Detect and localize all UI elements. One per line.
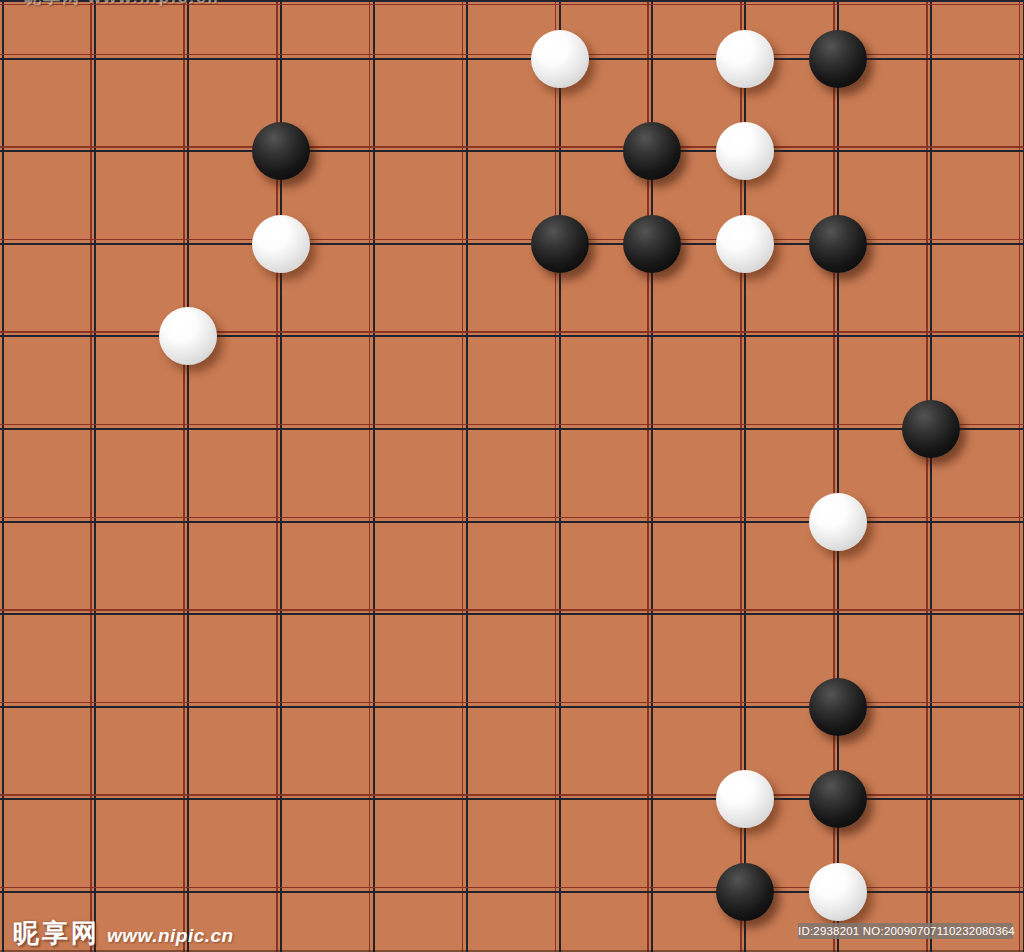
- grid-line-horizontal-red: [0, 331, 1024, 333]
- grid-line-horizontal-red: [0, 609, 1024, 611]
- stone-white: [531, 30, 589, 88]
- grid-line-horizontal-dark: [0, 335, 1024, 337]
- grid-line-horizontal-dark: [0, 58, 1024, 60]
- stone-white: [252, 215, 310, 273]
- stone-white: [716, 770, 774, 828]
- grid-line-vertical-red: [462, 0, 464, 952]
- stone-black: [809, 30, 867, 88]
- grid-line-horizontal-dark: [0, 428, 1024, 430]
- grid-line-horizontal-red: [0, 54, 1024, 56]
- grid-line-vertical-dark: [466, 0, 468, 952]
- stone-white: [159, 307, 217, 365]
- grid-line-horizontal-red: [0, 794, 1024, 796]
- grid-line-horizontal-red: [0, 517, 1024, 519]
- stone-white: [716, 30, 774, 88]
- grid-line-horizontal-dark: [0, 150, 1024, 152]
- stone-black: [531, 215, 589, 273]
- stone-black: [623, 215, 681, 273]
- grid-line-vertical-dark: [373, 0, 375, 952]
- watermark-top-remnant: 昵享网 www.nipic.cn: [24, 0, 220, 9]
- grid-line-horizontal-red: [0, 239, 1024, 241]
- watermark-id-badge: ID:2938201 NO:20090707110232080364: [798, 923, 1013, 939]
- grid-line-horizontal-red: [0, 424, 1024, 426]
- grid-line-horizontal-red: [0, 887, 1024, 889]
- stone-white: [809, 863, 867, 921]
- grid-line-horizontal-dark: [0, 243, 1024, 245]
- stone-black: [809, 215, 867, 273]
- site-logo-text: 昵享网: [13, 916, 100, 951]
- stone-white: [809, 493, 867, 551]
- grid-line-vertical-red: [90, 0, 92, 952]
- stone-black: [809, 678, 867, 736]
- grid-line-horizontal-red: [0, 146, 1024, 148]
- stone-black: [252, 122, 310, 180]
- grid-line-vertical-dark: [94, 0, 96, 952]
- grid-line-vertical-dark: [559, 0, 561, 952]
- go-board-image: 昵享网 www.nipic.cn 昵享网 www.nipic.cn ID:293…: [0, 0, 1024, 952]
- grid-line-vertical-dark: [187, 0, 189, 952]
- grid-line-horizontal-dark: [0, 891, 1024, 893]
- watermark-site: 昵享网 www.nipic.cn: [13, 916, 234, 951]
- grid-line-vertical-dark: [2, 0, 4, 952]
- stone-black: [809, 770, 867, 828]
- grid-line-horizontal-dark: [0, 613, 1024, 615]
- grid-line-vertical-red: [1019, 0, 1021, 952]
- grid-line-vertical-red: [926, 0, 928, 952]
- stone-black: [902, 400, 960, 458]
- stone-black: [623, 122, 681, 180]
- grid-line-vertical-red: [555, 0, 557, 952]
- site-url-text: www.nipic.cn: [107, 925, 234, 947]
- grid-line-horizontal-dark: [0, 798, 1024, 800]
- grid-line-vertical-dark: [930, 0, 932, 952]
- grid-line-horizontal-red: [0, 702, 1024, 704]
- grid-line-horizontal-dark: [0, 521, 1024, 523]
- stone-white: [716, 122, 774, 180]
- grid-line-vertical-red: [369, 0, 371, 952]
- stone-white: [716, 215, 774, 273]
- grid-line-horizontal-dark: [0, 706, 1024, 708]
- stone-black: [716, 863, 774, 921]
- grid-line-vertical-red: [183, 0, 185, 952]
